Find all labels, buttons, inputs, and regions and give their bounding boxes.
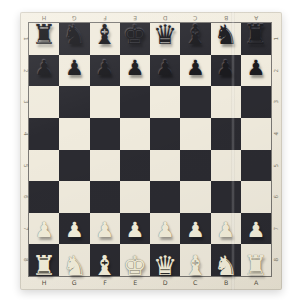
- file-labels-bottom: HGFEDCBA: [29, 276, 271, 290]
- file-label-b: B: [212, 277, 239, 290]
- square-d7[interactable]: ♟: [150, 213, 180, 245]
- file-label-d: D: [152, 277, 179, 290]
- piece-white-pawn: ♟: [156, 220, 175, 241]
- piece-black-king: ♚: [123, 21, 147, 48]
- piece-black-pawn: ♟: [95, 58, 114, 79]
- piece-black-pawn: ♟: [246, 58, 265, 79]
- square-g6[interactable]: [59, 181, 89, 213]
- square-e2[interactable]: ♟: [120, 55, 150, 87]
- square-a4[interactable]: [241, 118, 271, 150]
- file-label-e: E: [122, 13, 148, 22]
- file-label-d: D: [152, 13, 178, 22]
- piece-white-pawn: ♟: [65, 220, 84, 241]
- square-a1[interactable]: ♜: [241, 23, 271, 55]
- square-e3[interactable]: [120, 86, 150, 118]
- square-e5[interactable]: [120, 150, 150, 182]
- square-h3[interactable]: [29, 86, 59, 118]
- square-h2[interactable]: ♟: [29, 55, 59, 87]
- square-b1[interactable]: ♞: [211, 23, 241, 55]
- square-a2[interactable]: ♟: [241, 55, 271, 87]
- square-e4[interactable]: [120, 118, 150, 150]
- piece-black-bishop: ♝: [93, 21, 117, 48]
- square-d5[interactable]: [150, 150, 180, 182]
- square-f2[interactable]: ♟: [90, 55, 120, 87]
- piece-black-bishop: ♝: [183, 21, 207, 48]
- square-b3[interactable]: [211, 86, 241, 118]
- piece-white-pawn: ♟: [95, 220, 114, 241]
- square-b2[interactable]: ♟: [211, 55, 241, 87]
- piece-white-queen: ♛: [153, 252, 177, 279]
- square-h1[interactable]: ♜: [29, 23, 59, 55]
- square-g5[interactable]: [59, 150, 89, 182]
- square-d4[interactable]: [150, 118, 180, 150]
- square-f5[interactable]: [90, 150, 120, 182]
- piece-white-pawn: ♟: [246, 220, 265, 241]
- square-c1[interactable]: ♝: [180, 23, 210, 55]
- square-h7[interactable]: ♟: [29, 213, 59, 245]
- square-d1[interactable]: ♛: [150, 23, 180, 55]
- file-label-b: B: [213, 13, 239, 22]
- rank-labels-right: 12345678: [273, 23, 282, 276]
- square-a6[interactable]: [241, 181, 271, 213]
- square-g1[interactable]: ♞: [59, 23, 89, 55]
- square-c8[interactable]: ♝: [180, 244, 210, 276]
- square-f1[interactable]: ♝: [90, 23, 120, 55]
- square-e6[interactable]: [120, 181, 150, 213]
- square-c3[interactable]: [180, 86, 210, 118]
- square-g2[interactable]: ♟: [59, 55, 89, 87]
- piece-white-pawn: ♟: [35, 220, 54, 241]
- piece-white-bishop: ♝: [183, 252, 207, 279]
- square-b8[interactable]: ♞: [211, 244, 241, 276]
- square-g4[interactable]: [59, 118, 89, 150]
- piece-black-knight: ♞: [214, 21, 238, 48]
- file-label-h: H: [31, 13, 57, 22]
- square-g8[interactable]: ♞: [59, 244, 89, 276]
- chess-mat: HGFEDCBA HGFEDCBA 12345678 12345678 ♜♞♝♚…: [20, 12, 282, 290]
- piece-black-pawn: ♟: [125, 58, 144, 79]
- square-c7[interactable]: ♟: [180, 213, 210, 245]
- piece-black-knight: ♞: [62, 21, 86, 48]
- file-label-a: A: [242, 277, 269, 290]
- file-label-f: F: [91, 277, 118, 290]
- piece-black-pawn: ♟: [65, 58, 84, 79]
- square-c2[interactable]: ♟: [180, 55, 210, 87]
- square-f6[interactable]: [90, 181, 120, 213]
- file-label-e: E: [121, 277, 148, 290]
- file-label-g: G: [61, 277, 88, 290]
- square-g3[interactable]: [59, 86, 89, 118]
- piece-white-knight: ♞: [62, 252, 86, 279]
- product-photo-background: HGFEDCBA HGFEDCBA 12345678 12345678 ♜♞♝♚…: [0, 0, 300, 300]
- chess-board: ♜♞♝♚♛♝♞♜♟♟♟♟♟♟♟♟♟♟♟♟♟♟♟♟♜♞♝♚♛♝♞♜: [29, 23, 271, 276]
- square-e1[interactable]: ♚: [120, 23, 150, 55]
- piece-black-pawn: ♟: [186, 58, 205, 79]
- square-h6[interactable]: [29, 181, 59, 213]
- square-a8[interactable]: ♜: [241, 244, 271, 276]
- piece-white-bishop: ♝: [93, 252, 117, 279]
- file-label-a: A: [243, 13, 269, 22]
- square-g7[interactable]: ♟: [59, 213, 89, 245]
- piece-black-rook: ♜: [244, 21, 268, 48]
- square-d3[interactable]: [150, 86, 180, 118]
- piece-white-knight: ♞: [214, 252, 238, 279]
- square-h8[interactable]: ♜: [29, 244, 59, 276]
- square-a7[interactable]: ♟: [241, 213, 271, 245]
- piece-black-pawn: ♟: [35, 58, 54, 79]
- piece-black-pawn: ♟: [156, 58, 175, 79]
- square-f7[interactable]: ♟: [90, 213, 120, 245]
- square-h4[interactable]: [29, 118, 59, 150]
- square-b4[interactable]: [211, 118, 241, 150]
- square-c6[interactable]: [180, 181, 210, 213]
- piece-black-pawn: ♟: [216, 58, 235, 79]
- file-label-c: C: [182, 277, 209, 290]
- square-d6[interactable]: [150, 181, 180, 213]
- file-label-c: C: [183, 13, 209, 22]
- file-label-f: F: [92, 13, 118, 22]
- piece-white-king: ♚: [123, 252, 147, 279]
- square-e7[interactable]: ♟: [120, 213, 150, 245]
- piece-white-pawn: ♟: [216, 220, 235, 241]
- square-c5[interactable]: [180, 150, 210, 182]
- square-c4[interactable]: [180, 118, 210, 150]
- piece-white-rook: ♜: [32, 252, 56, 279]
- piece-white-rook: ♜: [244, 252, 268, 279]
- square-h5[interactable]: [29, 150, 59, 182]
- square-a5[interactable]: [241, 150, 271, 182]
- piece-white-pawn: ♟: [125, 220, 144, 241]
- square-b7[interactable]: ♟: [211, 213, 241, 245]
- square-f3[interactable]: [90, 86, 120, 118]
- file-labels-top: HGFEDCBA: [29, 12, 271, 23]
- square-d8[interactable]: ♛: [150, 244, 180, 276]
- square-b6[interactable]: [211, 181, 241, 213]
- square-b5[interactable]: [211, 150, 241, 182]
- square-e8[interactable]: ♚: [120, 244, 150, 276]
- file-label-g: G: [62, 13, 88, 22]
- square-a3[interactable]: [241, 86, 271, 118]
- square-f4[interactable]: [90, 118, 120, 150]
- square-f8[interactable]: ♝: [90, 244, 120, 276]
- piece-black-queen: ♛: [153, 21, 177, 48]
- square-d2[interactable]: ♟: [150, 55, 180, 87]
- piece-white-pawn: ♟: [186, 220, 205, 241]
- rank-labels-left: 12345678: [20, 23, 29, 276]
- file-label-h: H: [31, 277, 58, 290]
- piece-black-rook: ♜: [32, 21, 56, 48]
